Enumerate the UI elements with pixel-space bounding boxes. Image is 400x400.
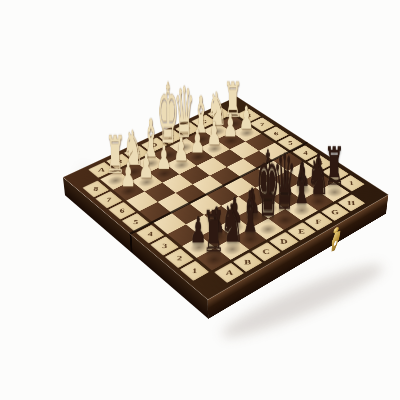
board-scene: ABCDEFGH ABCDEFGH 87654321 87654321 ♜♞♝♚…	[63, 96, 388, 299]
chess-piece-glyph: ♟	[121, 158, 137, 192]
chess-piece-glyph: ♜	[203, 204, 225, 260]
board: ABCDEFGH ABCDEFGH 87654321 87654321 ♜♞♝♚…	[63, 96, 388, 299]
chess-set-photo: ABCDEFGH ABCDEFGH 87654321 87654321 ♜♞♝♚…	[0, 0, 400, 400]
brass-clasp	[328, 221, 347, 260]
